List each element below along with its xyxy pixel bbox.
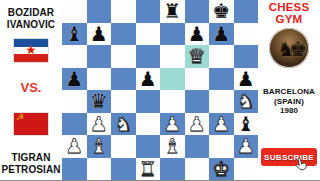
square-e4 bbox=[160, 90, 185, 113]
square-d7 bbox=[136, 23, 161, 46]
brand-line2: GYM bbox=[258, 14, 320, 26]
logo-chess-pieces-icon: ♞♚ bbox=[277, 37, 301, 61]
square-g6 bbox=[209, 45, 234, 68]
square-a7: ♝ bbox=[62, 23, 87, 46]
square-c6 bbox=[111, 45, 136, 68]
player-black-name: TIGRAN PETROSIAN bbox=[0, 152, 62, 175]
square-f5 bbox=[185, 68, 210, 91]
event-city: BARCELONA bbox=[258, 87, 320, 97]
square-a3 bbox=[62, 113, 87, 136]
square-c2 bbox=[111, 135, 136, 158]
white-bishop: ♝ bbox=[90, 136, 108, 156]
square-c8 bbox=[111, 0, 136, 23]
player-black-line2: PETROSIAN bbox=[0, 164, 62, 176]
square-h7 bbox=[234, 23, 259, 46]
black-king: ♚ bbox=[212, 1, 230, 21]
square-b8 bbox=[87, 0, 112, 23]
black-pawn: ♟ bbox=[65, 69, 83, 89]
square-b5 bbox=[87, 68, 112, 91]
black-pawn: ♟ bbox=[188, 24, 206, 44]
square-b4: ♛ bbox=[87, 90, 112, 113]
black-queen: ♛ bbox=[90, 91, 108, 111]
white-bishop: ♝ bbox=[163, 136, 181, 156]
player-white-line1: BOZIDAR bbox=[0, 7, 62, 19]
square-h3: ♝ bbox=[234, 113, 259, 136]
square-b2: ♝ bbox=[87, 135, 112, 158]
yu-flag-star-icon: ★ bbox=[26, 44, 37, 56]
square-g4 bbox=[209, 90, 234, 113]
square-f1 bbox=[185, 158, 210, 181]
brand-line1: CHESS bbox=[258, 2, 320, 14]
square-f4 bbox=[185, 90, 210, 113]
square-g7: ♟ bbox=[209, 23, 234, 46]
square-a8 bbox=[62, 0, 87, 23]
black-pawn: ♟ bbox=[212, 24, 230, 44]
square-d6 bbox=[136, 45, 161, 68]
square-b7: ♟ bbox=[87, 23, 112, 46]
square-f8 bbox=[185, 0, 210, 23]
square-d3 bbox=[136, 113, 161, 136]
square-e8: ♜ bbox=[160, 0, 185, 23]
square-f7: ♟ bbox=[185, 23, 210, 46]
event-country: (SPAIN) bbox=[258, 97, 320, 107]
square-e5 bbox=[160, 68, 185, 91]
white-pawn: ♟ bbox=[188, 114, 206, 134]
square-c4 bbox=[111, 90, 136, 113]
player-white-line2: IVANOVIC bbox=[0, 19, 62, 31]
square-f3: ♟ bbox=[185, 113, 210, 136]
vs-label: VS. bbox=[21, 80, 42, 95]
branding-panel: CHESS GYM ♞♚ BARCELONA (SPAIN) 1980 SUBS… bbox=[258, 0, 320, 180]
white-knight: ♞ bbox=[114, 114, 132, 134]
cursor-hand-icon bbox=[293, 157, 310, 174]
square-c3: ♞ bbox=[111, 113, 136, 136]
square-g5 bbox=[209, 68, 234, 91]
white-pawn: ♟ bbox=[163, 114, 181, 134]
chess-board: ♜♚♝♟♟♟♛♟♟♟♛♞♟♞♟♟♟♝♟♝♝♟♜♚ bbox=[62, 0, 258, 180]
square-a4 bbox=[62, 90, 87, 113]
black-bishop: ♝ bbox=[65, 24, 83, 44]
square-e7 bbox=[160, 23, 185, 46]
square-h5: ♟ bbox=[234, 68, 259, 91]
square-h1 bbox=[234, 158, 259, 181]
chess-gym-logo: ♞♚ bbox=[269, 28, 309, 68]
square-f2 bbox=[185, 135, 210, 158]
event-year: 1980 bbox=[258, 106, 320, 116]
square-g1: ♚ bbox=[209, 158, 234, 181]
square-c7 bbox=[111, 23, 136, 46]
white-king: ♚ bbox=[212, 159, 230, 179]
vs-label-wrap: VS. bbox=[0, 78, 62, 96]
white-pawn: ♟ bbox=[90, 114, 108, 134]
square-g3: ♟ bbox=[209, 113, 234, 136]
square-h8 bbox=[234, 0, 259, 23]
square-h2: ♟ bbox=[234, 135, 259, 158]
square-b6 bbox=[87, 45, 112, 68]
white-pawn: ♟ bbox=[212, 114, 230, 134]
square-h4: ♞ bbox=[234, 90, 259, 113]
square-g2 bbox=[209, 135, 234, 158]
black-bishop: ♝ bbox=[237, 114, 255, 134]
square-b3: ♟ bbox=[87, 113, 112, 136]
event-info: BARCELONA (SPAIN) 1980 bbox=[258, 87, 320, 116]
square-a2: ♟ bbox=[62, 135, 87, 158]
ussr-flag: ☭ bbox=[14, 113, 48, 135]
players-panel: BOZIDAR IVANOVIC ★ VS. ☭ TIGRAN PETROSIA… bbox=[0, 0, 62, 180]
square-e1 bbox=[160, 158, 185, 181]
square-h6 bbox=[234, 45, 259, 68]
black-pawn: ♟ bbox=[90, 24, 108, 44]
square-e3: ♟ bbox=[160, 113, 185, 136]
square-d5: ♟ bbox=[136, 68, 161, 91]
white-pawn: ♟ bbox=[237, 136, 255, 156]
white-pawn: ♟ bbox=[65, 136, 83, 156]
square-d2 bbox=[136, 135, 161, 158]
square-d4 bbox=[136, 90, 161, 113]
square-a1 bbox=[62, 158, 87, 181]
white-queen: ♛ bbox=[188, 46, 206, 66]
white-rook: ♜ bbox=[139, 159, 157, 179]
yugoslavia-flag: ★ bbox=[14, 39, 48, 62]
player-black-line1: TIGRAN bbox=[0, 152, 62, 164]
hammer-sickle-icon: ☭ bbox=[16, 112, 24, 122]
video-thumbnail: BOZIDAR IVANOVIC ★ VS. ☭ TIGRAN PETROSIA… bbox=[0, 0, 320, 180]
black-pawn: ♟ bbox=[139, 69, 157, 89]
square-d1: ♜ bbox=[136, 158, 161, 181]
black-pawn: ♟ bbox=[237, 69, 255, 89]
square-d8 bbox=[136, 0, 161, 23]
square-a5: ♟ bbox=[62, 68, 87, 91]
square-f6: ♛ bbox=[185, 45, 210, 68]
white-knight: ♞ bbox=[237, 91, 255, 111]
square-a6 bbox=[62, 45, 87, 68]
black-rook: ♜ bbox=[163, 1, 181, 21]
subscribe-button[interactable]: SUBSCRIBE bbox=[261, 148, 317, 166]
square-g8: ♚ bbox=[209, 0, 234, 23]
square-c5 bbox=[111, 68, 136, 91]
square-e2: ♝ bbox=[160, 135, 185, 158]
square-e6 bbox=[160, 45, 185, 68]
square-b1 bbox=[87, 158, 112, 181]
channel-brand: CHESS GYM bbox=[258, 2, 320, 25]
player-white-name: BOZIDAR IVANOVIC bbox=[0, 7, 62, 30]
square-c1 bbox=[111, 158, 136, 181]
